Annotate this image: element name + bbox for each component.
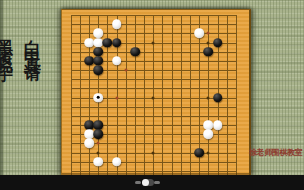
grid-line-h [71,116,236,117]
black-stone [94,65,104,75]
black-stone [84,56,94,66]
white-stone [112,157,122,167]
white-stone [194,29,204,39]
white-color-char: 白 [23,26,42,34]
star-point [207,96,210,99]
grid-line-h [71,143,236,144]
capture-point-marker [124,69,127,72]
go-board[interactable] [61,9,251,176]
black-stone [130,47,140,57]
black-stone [213,38,223,48]
star-point [152,151,155,154]
black-stone [213,93,223,103]
star-point [207,41,210,44]
bottom-control-bar [0,175,304,190]
grid-line-v [80,15,81,180]
white-stone [94,29,104,39]
grid-line-v [181,15,182,180]
black-stone [194,148,204,158]
grid-line-h [71,107,236,108]
grid-line-v [144,15,145,180]
white-stone [94,157,104,167]
white-stone [204,129,214,139]
grid-line-v [126,15,127,180]
toggle-knob-icon[interactable] [142,179,149,186]
grid-line-v [227,15,228,180]
star-point [207,151,210,154]
white-stone [112,19,122,29]
white-stone [112,56,122,66]
video-frame: 黑屠晓宇 白申真谞 徐老师围棋教室 [0,0,304,190]
grid-line-v [190,15,191,180]
black-stone [204,47,214,57]
grid-line-v [71,15,72,180]
bar-caption-left [135,181,141,184]
white-stone [84,38,94,48]
capture-point-marker [97,142,100,145]
grid-line-h [71,88,236,89]
white-stone [213,120,223,130]
grid-line-v [162,15,163,180]
black-player-label: 黑屠晓宇 [0,26,13,58]
black-player-name: 屠晓宇 [0,34,14,58]
black-stone [112,38,122,48]
grid-line-h [71,79,236,80]
black-color-char: 黑 [0,26,14,34]
black-stone [94,56,104,66]
grid-line-v [236,15,237,180]
star-point [97,151,100,154]
white-player-label: 白申真谞 [24,26,41,58]
black-stone [84,120,94,130]
black-stone [94,47,104,57]
white-stone-last-move [94,93,104,103]
black-stone [94,120,104,130]
grid-line-v [172,15,173,180]
grid-line-h [71,171,236,172]
black-stone [94,129,104,139]
capture-point-marker [115,96,118,99]
black-stone [103,38,113,48]
white-stone [94,38,104,48]
star-point [152,96,155,99]
grid-line-h [71,15,236,16]
bar-caption-right [154,181,160,184]
capture-point-marker [207,32,210,35]
grid-line-v [135,15,136,180]
black-white-toggle[interactable] [142,179,154,186]
grid-line-h [71,24,236,25]
white-player-name: 申真谞 [23,34,42,58]
white-stone [204,120,214,130]
white-stone [84,129,94,139]
last-move-marker [97,96,100,99]
white-stone [84,139,94,149]
star-point [152,41,155,44]
watermark-text: 徐老师围棋教室 [249,147,304,158]
